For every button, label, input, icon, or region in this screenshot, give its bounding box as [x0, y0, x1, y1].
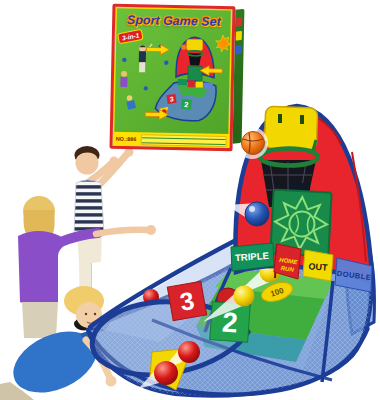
box-info-text-block	[140, 134, 227, 147]
blue-ball	[245, 202, 269, 226]
box-side-thumbnail	[236, 45, 242, 55]
girl-arm	[96, 230, 148, 234]
orange-basketball	[242, 132, 265, 155]
box-mini-toddler	[126, 95, 136, 110]
toddler-hand	[106, 376, 117, 387]
box-ball-dot	[143, 86, 147, 90]
product-photo-stage: 3 2 100	[0, 0, 380, 400]
box-item-number: NO.:886	[116, 136, 137, 142]
flag-out: OUT	[303, 250, 333, 281]
product-box: Sport Game Set 3-in-1	[110, 4, 245, 150]
backboard-mark-right	[300, 115, 304, 124]
red-ball-2	[154, 361, 178, 385]
box-mini-score-2: 2	[181, 99, 192, 110]
yellow-ball-2	[234, 286, 255, 307]
box-mini-2-label: 2	[184, 100, 189, 109]
box-side-thumbnail	[236, 31, 242, 41]
score-square-3: 3	[167, 281, 206, 320]
box-mini-girl	[120, 71, 127, 87]
backboard-mark-left	[278, 114, 282, 123]
box-artwork: 3 2	[115, 32, 231, 130]
flag-triple: TRIPLE	[231, 243, 274, 271]
box-mini-score-3: 3	[167, 94, 177, 104]
box-front-panel: Sport Game Set 3-in-1	[109, 4, 235, 152]
boy-hand-left	[110, 157, 119, 166]
box-side-thumbnail	[237, 17, 243, 27]
flag-triple-label: TRIPLE	[235, 250, 269, 263]
toddler-eye-right	[94, 313, 96, 315]
box-bottom-strip: NO.:886	[113, 132, 230, 148]
box-ball-dot	[164, 61, 168, 65]
blue-ball-highlight	[249, 206, 255, 212]
box-title: Sport Game Set	[115, 13, 232, 29]
toddler-eye-left	[85, 313, 87, 315]
girl-hand	[146, 225, 156, 235]
box-ball-dot	[122, 58, 126, 62]
starburst-icon	[216, 35, 231, 52]
red-ball-1	[178, 341, 200, 363]
flag-out-label: OUT	[308, 261, 328, 273]
girl-pants	[22, 302, 58, 338]
